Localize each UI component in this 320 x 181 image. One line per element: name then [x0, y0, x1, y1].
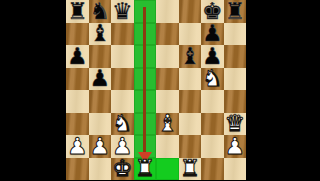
square-e2[interactable]: [156, 135, 179, 158]
square-f5[interactable]: [179, 68, 202, 91]
white-king-c1[interactable]: ♚: [112, 157, 133, 180]
square-c4[interactable]: [111, 90, 134, 113]
chess-board: ♜♞♛♚♜♝♟♟♝♟♟♞♞♝♛♟♟♟♟♚♜♜: [66, 0, 246, 180]
left-letterbox-bar: [0, 0, 66, 180]
black-pawn-a6[interactable]: ♟: [67, 45, 88, 68]
square-b6[interactable]: [89, 45, 112, 68]
square-f6[interactable]: ♝: [179, 45, 202, 68]
black-pawn-g7[interactable]: ♟: [202, 22, 223, 45]
square-d1[interactable]: ♜: [134, 158, 157, 181]
square-h1[interactable]: [224, 158, 247, 181]
square-b8[interactable]: ♞: [89, 0, 112, 23]
square-b4[interactable]: [89, 90, 112, 113]
white-bishop-e3[interactable]: ♝: [157, 112, 178, 135]
square-b7[interactable]: ♝: [89, 23, 112, 46]
square-b1[interactable]: [89, 158, 112, 181]
square-a7[interactable]: [66, 23, 89, 46]
white-knight-g5[interactable]: ♞: [202, 67, 223, 90]
white-pawn-a2[interactable]: ♟: [67, 135, 88, 158]
square-h7[interactable]: [224, 23, 247, 46]
square-h5[interactable]: [224, 68, 247, 91]
square-f3[interactable]: [179, 113, 202, 136]
square-g7[interactable]: ♟: [201, 23, 224, 46]
square-e6[interactable]: [156, 45, 179, 68]
square-h3[interactable]: ♛: [224, 113, 247, 136]
square-a1[interactable]: [66, 158, 89, 181]
black-bishop-f6[interactable]: ♝: [179, 45, 200, 68]
square-a3[interactable]: [66, 113, 89, 136]
square-g4[interactable]: [201, 90, 224, 113]
square-e3[interactable]: ♝: [156, 113, 179, 136]
black-rook-h8[interactable]: ♜: [224, 0, 245, 23]
square-g3[interactable]: [201, 113, 224, 136]
square-c8[interactable]: ♛: [111, 0, 134, 23]
square-f8[interactable]: [179, 0, 202, 23]
video-frame: ♜♞♛♚♜♝♟♟♝♟♟♞♞♝♛♟♟♟♟♚♜♜: [0, 0, 320, 180]
white-rook-f1[interactable]: ♜: [179, 157, 200, 180]
black-pawn-b5[interactable]: ♟: [89, 67, 110, 90]
square-c3[interactable]: ♞: [111, 113, 134, 136]
square-a2[interactable]: ♟: [66, 135, 89, 158]
square-e8[interactable]: [156, 0, 179, 23]
square-g2[interactable]: [201, 135, 224, 158]
white-knight-c3[interactable]: ♞: [112, 112, 133, 135]
square-c1[interactable]: ♚: [111, 158, 134, 181]
white-pawn-b2[interactable]: ♟: [89, 135, 110, 158]
square-h6[interactable]: [224, 45, 247, 68]
square-a4[interactable]: [66, 90, 89, 113]
square-e7[interactable]: [156, 23, 179, 46]
square-h8[interactable]: ♜: [224, 0, 247, 23]
square-e1[interactable]: [156, 158, 179, 181]
square-c6[interactable]: [111, 45, 134, 68]
square-a6[interactable]: ♟: [66, 45, 89, 68]
white-pawn-h2[interactable]: ♟: [224, 135, 245, 158]
square-g6[interactable]: ♟: [201, 45, 224, 68]
square-g1[interactable]: [201, 158, 224, 181]
square-f4[interactable]: [179, 90, 202, 113]
square-g5[interactable]: ♞: [201, 68, 224, 91]
square-a5[interactable]: [66, 68, 89, 91]
square-c5[interactable]: [111, 68, 134, 91]
square-b3[interactable]: [89, 113, 112, 136]
square-g8[interactable]: ♚: [201, 0, 224, 23]
black-bishop-b7[interactable]: ♝: [89, 22, 110, 45]
black-rook-a8[interactable]: ♜: [67, 0, 88, 23]
white-rook-d1[interactable]: ♜: [134, 157, 155, 180]
square-e5[interactable]: [156, 68, 179, 91]
square-a8[interactable]: ♜: [66, 0, 89, 23]
black-queen-c8[interactable]: ♛: [112, 0, 133, 23]
square-e4[interactable]: [156, 90, 179, 113]
square-b5[interactable]: ♟: [89, 68, 112, 91]
white-queen-h3[interactable]: ♛: [224, 112, 245, 135]
square-c2[interactable]: ♟: [111, 135, 134, 158]
move-arrow-line: [143, 7, 146, 153]
square-b2[interactable]: ♟: [89, 135, 112, 158]
square-f1[interactable]: ♜: [179, 158, 202, 181]
square-f7[interactable]: [179, 23, 202, 46]
right-letterbox-bar: [246, 0, 320, 180]
square-h4[interactable]: [224, 90, 247, 113]
square-f2[interactable]: [179, 135, 202, 158]
square-h2[interactable]: ♟: [224, 135, 247, 158]
square-c7[interactable]: [111, 23, 134, 46]
